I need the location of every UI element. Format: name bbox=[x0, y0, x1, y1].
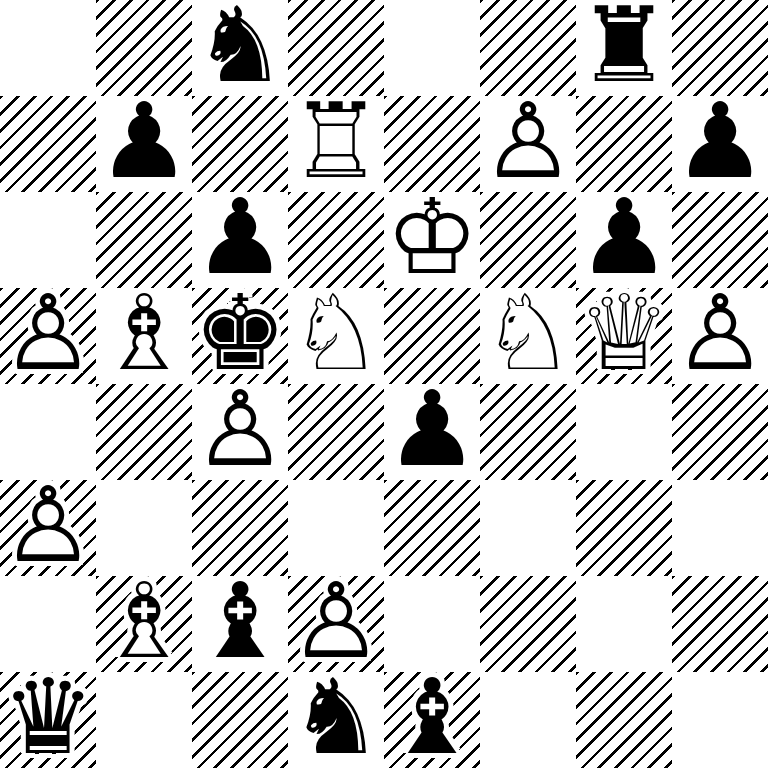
square-c5[interactable]: ♚♚ bbox=[192, 288, 288, 384]
square-h1[interactable] bbox=[672, 672, 768, 768]
square-f5[interactable]: ♞♘ bbox=[480, 288, 576, 384]
black-rook[interactable]: ♜♜ bbox=[576, 0, 672, 96]
square-e1[interactable]: ♝♝ bbox=[384, 672, 480, 768]
chess-board: ♞♞♜♜♟♟♜♖♟♙♟♟♟♟♚♔♟♟♟♙♝♗♚♚♞♘♞♘♛♕♟♙♟♙♟♟♟♙♝♗… bbox=[0, 0, 768, 768]
square-e3[interactable] bbox=[384, 480, 480, 576]
square-g3[interactable] bbox=[576, 480, 672, 576]
white-rook-glyph: ♖ bbox=[289, 96, 382, 192]
square-h5[interactable]: ♟♙ bbox=[672, 288, 768, 384]
square-h7[interactable]: ♟♟ bbox=[672, 96, 768, 192]
white-pawn-glyph: ♙ bbox=[481, 96, 574, 192]
square-b6[interactable] bbox=[96, 192, 192, 288]
square-a4[interactable] bbox=[0, 384, 96, 480]
square-g5[interactable]: ♛♕ bbox=[576, 288, 672, 384]
square-h8[interactable] bbox=[672, 0, 768, 96]
square-c4[interactable]: ♟♙ bbox=[192, 384, 288, 480]
square-g6[interactable]: ♟♟ bbox=[576, 192, 672, 288]
square-h2[interactable] bbox=[672, 576, 768, 672]
white-knight-glyph: ♘ bbox=[481, 288, 574, 384]
square-e2[interactable] bbox=[384, 576, 480, 672]
square-d6[interactable] bbox=[288, 192, 384, 288]
white-pawn[interactable]: ♟♙ bbox=[288, 576, 384, 672]
square-c2[interactable]: ♝♝ bbox=[192, 576, 288, 672]
square-f6[interactable] bbox=[480, 192, 576, 288]
white-knight[interactable]: ♞♘ bbox=[288, 288, 384, 384]
white-bishop[interactable]: ♝♗ bbox=[96, 288, 192, 384]
square-e5[interactable] bbox=[384, 288, 480, 384]
white-knight-glyph: ♘ bbox=[289, 288, 382, 384]
white-pawn[interactable]: ♟♙ bbox=[672, 288, 768, 384]
white-pawn-glyph: ♙ bbox=[1, 288, 94, 384]
black-pawn[interactable]: ♟♟ bbox=[96, 96, 192, 192]
square-g2[interactable] bbox=[576, 576, 672, 672]
square-f2[interactable] bbox=[480, 576, 576, 672]
black-pawn-glyph: ♟ bbox=[193, 192, 286, 288]
square-c8[interactable]: ♞♞ bbox=[192, 0, 288, 96]
square-f8[interactable] bbox=[480, 0, 576, 96]
black-pawn[interactable]: ♟♟ bbox=[384, 384, 480, 480]
square-e8[interactable] bbox=[384, 0, 480, 96]
white-rook[interactable]: ♜♖ bbox=[288, 96, 384, 192]
white-pawn[interactable]: ♟♙ bbox=[192, 384, 288, 480]
white-bishop-glyph: ♗ bbox=[97, 288, 190, 384]
square-d4[interactable] bbox=[288, 384, 384, 480]
square-g4[interactable] bbox=[576, 384, 672, 480]
square-h6[interactable] bbox=[672, 192, 768, 288]
square-e6[interactable]: ♚♔ bbox=[384, 192, 480, 288]
white-king[interactable]: ♚♔ bbox=[384, 192, 480, 288]
white-pawn[interactable]: ♟♙ bbox=[0, 480, 96, 576]
black-pawn[interactable]: ♟♟ bbox=[672, 96, 768, 192]
square-d7[interactable]: ♜♖ bbox=[288, 96, 384, 192]
square-g1[interactable] bbox=[576, 672, 672, 768]
square-a5[interactable]: ♟♙ bbox=[0, 288, 96, 384]
square-b1[interactable] bbox=[96, 672, 192, 768]
black-pawn-glyph: ♟ bbox=[577, 192, 670, 288]
square-d2[interactable]: ♟♙ bbox=[288, 576, 384, 672]
black-pawn-glyph: ♟ bbox=[97, 96, 190, 192]
white-bishop[interactable]: ♝♗ bbox=[96, 576, 192, 672]
square-a3[interactable]: ♟♙ bbox=[0, 480, 96, 576]
square-c7[interactable] bbox=[192, 96, 288, 192]
square-b4[interactable] bbox=[96, 384, 192, 480]
square-c1[interactable] bbox=[192, 672, 288, 768]
square-b2[interactable]: ♝♗ bbox=[96, 576, 192, 672]
square-g7[interactable] bbox=[576, 96, 672, 192]
square-b3[interactable] bbox=[96, 480, 192, 576]
white-pawn-glyph: ♙ bbox=[673, 288, 766, 384]
square-d3[interactable] bbox=[288, 480, 384, 576]
black-pawn-glyph: ♟ bbox=[673, 96, 766, 192]
black-knight[interactable]: ♞♞ bbox=[192, 0, 288, 96]
black-bishop[interactable]: ♝♝ bbox=[192, 576, 288, 672]
square-f1[interactable] bbox=[480, 672, 576, 768]
square-a6[interactable] bbox=[0, 192, 96, 288]
white-pawn[interactable]: ♟♙ bbox=[480, 96, 576, 192]
white-pawn-glyph: ♙ bbox=[193, 384, 286, 480]
black-bishop-glyph: ♝ bbox=[385, 672, 478, 768]
square-f4[interactable] bbox=[480, 384, 576, 480]
square-f7[interactable]: ♟♙ bbox=[480, 96, 576, 192]
black-knight[interactable]: ♞♞ bbox=[288, 672, 384, 768]
square-a1[interactable]: ♛♛ bbox=[0, 672, 96, 768]
square-c3[interactable] bbox=[192, 480, 288, 576]
square-c6[interactable]: ♟♟ bbox=[192, 192, 288, 288]
black-king-glyph: ♚ bbox=[193, 288, 286, 384]
white-pawn-glyph: ♙ bbox=[1, 480, 94, 576]
square-a2[interactable] bbox=[0, 576, 96, 672]
square-b5[interactable]: ♝♗ bbox=[96, 288, 192, 384]
white-pawn[interactable]: ♟♙ bbox=[0, 288, 96, 384]
square-d8[interactable] bbox=[288, 0, 384, 96]
white-king-glyph: ♔ bbox=[385, 192, 478, 288]
square-d1[interactable]: ♞♞ bbox=[288, 672, 384, 768]
square-h3[interactable] bbox=[672, 480, 768, 576]
square-a8[interactable] bbox=[0, 0, 96, 96]
square-e4[interactable]: ♟♟ bbox=[384, 384, 480, 480]
black-bishop[interactable]: ♝♝ bbox=[384, 672, 480, 768]
black-pawn-glyph: ♟ bbox=[385, 384, 478, 480]
white-queen[interactable]: ♛♕ bbox=[576, 288, 672, 384]
black-knight-glyph: ♞ bbox=[193, 0, 286, 96]
black-bishop-glyph: ♝ bbox=[193, 576, 286, 672]
square-b7[interactable]: ♟♟ bbox=[96, 96, 192, 192]
black-rook-glyph: ♜ bbox=[577, 0, 670, 96]
white-knight[interactable]: ♞♘ bbox=[480, 288, 576, 384]
black-pawn[interactable]: ♟♟ bbox=[576, 192, 672, 288]
square-a7[interactable] bbox=[0, 96, 96, 192]
black-knight-glyph: ♞ bbox=[289, 672, 382, 768]
square-g8[interactable]: ♜♜ bbox=[576, 0, 672, 96]
white-queen-glyph: ♕ bbox=[577, 288, 670, 384]
square-h4[interactable] bbox=[672, 384, 768, 480]
white-bishop-glyph: ♗ bbox=[97, 576, 190, 672]
square-e7[interactable] bbox=[384, 96, 480, 192]
black-pawn[interactable]: ♟♟ bbox=[192, 192, 288, 288]
square-b8[interactable] bbox=[96, 0, 192, 96]
black-king[interactable]: ♚♚ bbox=[192, 288, 288, 384]
square-f3[interactable] bbox=[480, 480, 576, 576]
black-queen-glyph: ♛ bbox=[1, 672, 94, 768]
square-d5[interactable]: ♞♘ bbox=[288, 288, 384, 384]
black-queen[interactable]: ♛♛ bbox=[0, 672, 96, 768]
white-pawn-glyph: ♙ bbox=[289, 576, 382, 672]
